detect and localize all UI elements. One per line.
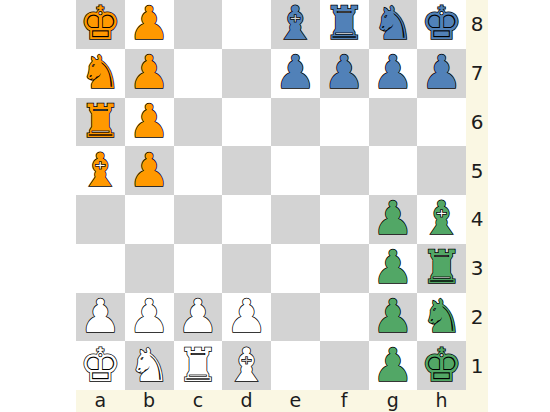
square-h3[interactable]: ♜: [417, 244, 466, 293]
orange-pawn: ♟: [129, 146, 170, 194]
orange-bishop: ♝: [80, 146, 121, 194]
square-h4[interactable]: ♝: [417, 195, 466, 244]
board-panel: ♚♟♝♜♞♚♞♟♟♟♟♟♜♟♝♟♟♝♟♜♟♟♟♟♟♞♚♞♜♝♟♚ 8765432…: [76, 0, 488, 412]
square-d3[interactable]: [222, 244, 271, 293]
green-pawn: ♟: [372, 194, 413, 242]
white-rook: ♜: [177, 341, 218, 389]
rank-label-8: 8: [466, 0, 488, 49]
white-bishop: ♝: [226, 341, 267, 389]
blue-pawn: ♟: [275, 48, 316, 96]
square-f3[interactable]: [320, 244, 369, 293]
square-e1[interactable]: [271, 341, 320, 390]
white-pawn: ♟: [80, 292, 121, 340]
square-c4[interactable]: [174, 195, 223, 244]
square-g2[interactable]: ♟: [369, 293, 418, 342]
file-label-a: a: [76, 390, 125, 412]
rank-label-6: 6: [466, 98, 488, 147]
green-pawn: ♟: [372, 292, 413, 340]
square-c2[interactable]: ♟: [174, 293, 223, 342]
orange-pawn: ♟: [129, 48, 170, 96]
square-f5[interactable]: [320, 146, 369, 195]
square-h1[interactable]: ♚: [417, 341, 466, 390]
square-h7[interactable]: ♟: [417, 49, 466, 98]
square-h2[interactable]: ♞: [417, 293, 466, 342]
square-d6[interactable]: [222, 98, 271, 147]
square-g8[interactable]: ♞: [369, 0, 418, 49]
square-a2[interactable]: ♟: [76, 293, 125, 342]
file-label-b: b: [125, 390, 174, 412]
blue-pawn: ♟: [324, 48, 365, 96]
square-e3[interactable]: [271, 244, 320, 293]
rank-label-2: 2: [466, 293, 488, 342]
square-a3[interactable]: [76, 244, 125, 293]
square-c8[interactable]: [174, 0, 223, 49]
green-knight: ♞: [421, 292, 462, 340]
square-a4[interactable]: [76, 195, 125, 244]
square-c7[interactable]: [174, 49, 223, 98]
square-b7[interactable]: ♟: [125, 49, 174, 98]
green-pawn: ♟: [372, 341, 413, 389]
square-b8[interactable]: ♟: [125, 0, 174, 49]
file-label-f: f: [320, 390, 369, 412]
rank-label-5: 5: [466, 146, 488, 195]
blue-knight: ♞: [372, 0, 413, 47]
blue-pawn: ♟: [421, 48, 462, 96]
orange-king: ♚: [80, 0, 121, 47]
square-h6[interactable]: [417, 98, 466, 147]
square-d7[interactable]: [222, 49, 271, 98]
square-b4[interactable]: [125, 195, 174, 244]
square-f2[interactable]: [320, 293, 369, 342]
screenshot-stage: ♚♟♝♜♞♚♞♟♟♟♟♟♜♟♝♟♟♝♟♜♟♟♟♟♟♞♚♞♜♝♟♚ 8765432…: [0, 0, 550, 412]
square-c5[interactable]: [174, 146, 223, 195]
square-d1[interactable]: ♝: [222, 341, 271, 390]
square-g7[interactable]: ♟: [369, 49, 418, 98]
square-b6[interactable]: ♟: [125, 98, 174, 147]
file-label-g: g: [369, 390, 418, 412]
rank-label-4: 4: [466, 195, 488, 244]
square-f4[interactable]: [320, 195, 369, 244]
white-pawn: ♟: [177, 292, 218, 340]
square-f8[interactable]: ♜: [320, 0, 369, 49]
square-f7[interactable]: ♟: [320, 49, 369, 98]
green-king: ♚: [421, 341, 462, 389]
orange-knight: ♞: [80, 48, 121, 96]
square-e7[interactable]: ♟: [271, 49, 320, 98]
square-f6[interactable]: [320, 98, 369, 147]
square-e6[interactable]: [271, 98, 320, 147]
white-pawn: ♟: [226, 292, 267, 340]
square-g4[interactable]: ♟: [369, 195, 418, 244]
blue-rook: ♜: [324, 0, 365, 47]
square-c1[interactable]: ♜: [174, 341, 223, 390]
square-g6[interactable]: [369, 98, 418, 147]
file-label-c: c: [174, 390, 223, 412]
square-g3[interactable]: ♟: [369, 244, 418, 293]
green-rook: ♜: [421, 243, 462, 291]
square-f1[interactable]: [320, 341, 369, 390]
file-label-h: h: [417, 390, 466, 412]
orange-pawn: ♟: [129, 97, 170, 145]
square-e5[interactable]: [271, 146, 320, 195]
orange-pawn: ♟: [129, 0, 170, 47]
blue-king: ♚: [421, 0, 462, 47]
rank-label-7: 7: [466, 49, 488, 98]
orange-rook: ♜: [80, 97, 121, 145]
square-c3[interactable]: [174, 244, 223, 293]
rank-label-3: 3: [466, 244, 488, 293]
square-a1[interactable]: ♚: [76, 341, 125, 390]
file-labels: abcdefgh: [76, 390, 466, 412]
square-b3[interactable]: [125, 244, 174, 293]
square-e2[interactable]: [271, 293, 320, 342]
chess-board: ♚♟♝♜♞♚♞♟♟♟♟♟♜♟♝♟♟♝♟♜♟♟♟♟♟♞♚♞♜♝♟♚: [76, 0, 466, 390]
rank-labels: 87654321: [466, 0, 488, 390]
square-a7[interactable]: ♞: [76, 49, 125, 98]
file-label-d: d: [222, 390, 271, 412]
square-b2[interactable]: ♟: [125, 293, 174, 342]
square-g5[interactable]: [369, 146, 418, 195]
square-d5[interactable]: [222, 146, 271, 195]
blue-pawn: ♟: [372, 48, 413, 96]
rank-label-1: 1: [466, 341, 488, 390]
square-b5[interactable]: ♟: [125, 146, 174, 195]
white-king: ♚: [80, 341, 121, 389]
green-pawn: ♟: [372, 243, 413, 291]
square-c6[interactable]: [174, 98, 223, 147]
square-d2[interactable]: ♟: [222, 293, 271, 342]
square-a8[interactable]: ♚: [76, 0, 125, 49]
square-h5[interactable]: [417, 146, 466, 195]
blue-bishop: ♝: [275, 0, 316, 47]
square-d4[interactable]: [222, 195, 271, 244]
square-a6[interactable]: ♜: [76, 98, 125, 147]
square-h8[interactable]: ♚: [417, 0, 466, 49]
square-d8[interactable]: [222, 0, 271, 49]
white-pawn: ♟: [129, 292, 170, 340]
square-g1[interactable]: ♟: [369, 341, 418, 390]
square-a5[interactable]: ♝: [76, 146, 125, 195]
file-label-e: e: [271, 390, 320, 412]
white-knight: ♞: [129, 341, 170, 389]
square-e4[interactable]: [271, 195, 320, 244]
square-b1[interactable]: ♞: [125, 341, 174, 390]
square-e8[interactable]: ♝: [271, 0, 320, 49]
green-bishop: ♝: [421, 194, 462, 242]
